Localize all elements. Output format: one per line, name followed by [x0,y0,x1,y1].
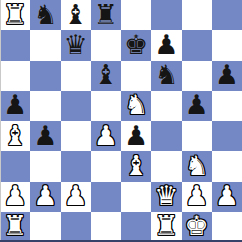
square-b4[interactable]: ♟ [30,121,60,151]
square-a8[interactable]: ♜ [0,0,30,30]
black-pawn: ♟ [215,61,239,88]
white-pawn: ♟ [215,182,239,209]
black-king: ♚ [124,31,148,58]
square-a4[interactable]: ♝ [0,121,30,151]
square-h3[interactable] [212,151,242,181]
white-pawn: ♟ [64,182,88,209]
square-a7[interactable] [0,30,30,60]
square-g8[interactable] [182,0,212,30]
square-h4[interactable] [212,121,242,151]
square-b2[interactable]: ♟ [30,182,60,212]
square-b5[interactable] [30,91,60,121]
square-c3[interactable] [61,151,91,181]
square-f5[interactable] [151,91,181,121]
white-pawn: ♟ [94,122,118,149]
black-rook: ♜ [94,1,118,28]
white-king: ♚ [185,212,209,239]
black-pawn: ♟ [154,31,178,58]
white-pawn: ♟ [3,182,27,209]
square-h1[interactable] [212,212,242,242]
square-a6[interactable] [0,61,30,91]
white-pawn: ♟ [185,182,209,209]
square-c6[interactable] [61,61,91,91]
square-e3[interactable]: ♝ [121,151,151,181]
square-c1[interactable] [61,212,91,242]
square-g6[interactable] [182,61,212,91]
square-b3[interactable] [30,151,60,181]
square-e7[interactable]: ♚ [121,30,151,60]
square-c5[interactable] [61,91,91,121]
square-b1[interactable] [30,212,60,242]
square-f2[interactable]: ♛ [151,182,181,212]
square-c8[interactable]: ♝ [61,0,91,30]
square-b8[interactable]: ♞ [30,0,60,30]
square-d3[interactable] [91,151,121,181]
board-left-edge [0,0,1,242]
square-f6[interactable]: ♞ [151,61,181,91]
square-e1[interactable] [121,212,151,242]
square-g1[interactable]: ♚ [182,212,212,242]
square-e8[interactable] [121,0,151,30]
black-bishop: ♝ [94,61,118,88]
white-knight: ♞ [185,152,209,179]
square-c2[interactable]: ♟ [61,182,91,212]
square-d7[interactable] [91,30,121,60]
square-a5[interactable]: ♟ [0,91,30,121]
white-bishop: ♝ [124,152,148,179]
white-rook: ♜ [154,212,178,239]
square-a2[interactable]: ♟ [0,182,30,212]
square-g2[interactable]: ♟ [182,182,212,212]
square-f1[interactable]: ♜ [151,212,181,242]
black-knight: ♞ [33,1,57,28]
square-f7[interactable]: ♟ [151,30,181,60]
square-g3[interactable]: ♞ [182,151,212,181]
square-e4[interactable]: ♟ [121,121,151,151]
black-queen: ♛ [64,31,88,58]
square-f3[interactable] [151,151,181,181]
square-f8[interactable] [151,0,181,30]
square-g4[interactable] [182,121,212,151]
square-e2[interactable] [121,182,151,212]
square-h5[interactable] [212,91,242,121]
black-pawn: ♟ [124,122,148,149]
square-d2[interactable] [91,182,121,212]
white-knight: ♞ [124,91,148,118]
square-d5[interactable] [91,91,121,121]
black-pawn: ♟ [185,91,209,118]
square-e5[interactable]: ♞ [121,91,151,121]
white-bishop: ♝ [3,122,27,149]
square-d8[interactable]: ♜ [91,0,121,30]
square-f4[interactable] [151,121,181,151]
square-b7[interactable] [30,30,60,60]
white-queen: ♛ [154,182,178,209]
square-h6[interactable]: ♟ [212,61,242,91]
square-h7[interactable] [212,30,242,60]
square-c7[interactable]: ♛ [61,30,91,60]
square-b6[interactable] [30,61,60,91]
square-d1[interactable] [91,212,121,242]
chess-board-container: ♜♞♝♜♛♚♟♝♞♟♟♞♟♝♟♟♟♝♞♟♟♟♛♟♟♜♜♚ [0,0,242,242]
square-a3[interactable] [0,151,30,181]
black-pawn: ♟ [33,122,57,149]
square-d4[interactable]: ♟ [91,121,121,151]
white-pawn: ♟ [33,182,57,209]
black-knight: ♞ [154,61,178,88]
white-rook: ♜ [3,1,27,28]
square-e6[interactable] [121,61,151,91]
white-rook: ♜ [3,212,27,239]
black-bishop: ♝ [64,1,88,28]
square-g7[interactable] [182,30,212,60]
square-d6[interactable]: ♝ [91,61,121,91]
square-g5[interactable]: ♟ [182,91,212,121]
black-pawn: ♟ [3,91,27,118]
square-a1[interactable]: ♜ [0,212,30,242]
square-h2[interactable]: ♟ [212,182,242,212]
square-c4[interactable] [61,121,91,151]
chess-board: ♜♞♝♜♛♚♟♝♞♟♟♞♟♝♟♟♟♝♞♟♟♟♛♟♟♜♜♚ [0,0,242,242]
square-h8[interactable] [212,0,242,30]
